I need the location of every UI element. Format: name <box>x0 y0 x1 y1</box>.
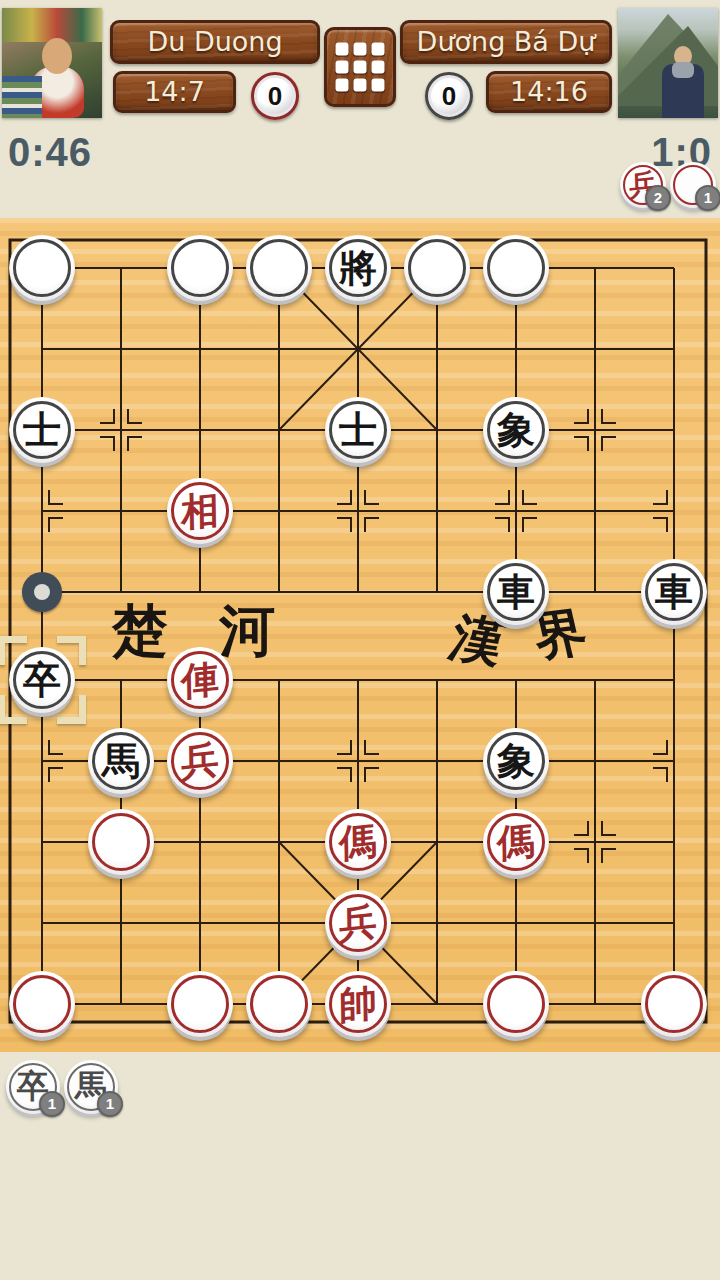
piece-glyph: 相 <box>167 474 234 547</box>
piece-glyph: 俥 <box>167 643 234 716</box>
avatar-photo-shape <box>672 62 694 78</box>
piece-glyph: 士 <box>9 397 75 463</box>
piece-red-r7-c6[interactable]: 傌 <box>483 809 549 875</box>
captured-count-badge: 1 <box>39 1091 65 1117</box>
piece-glyph: 兵 <box>325 886 392 959</box>
captured-piece-兵: 兵2 <box>620 162 666 208</box>
player-left-clock-value: 14:7 <box>144 76 205 107</box>
piece-red-r8-c4[interactable]: 兵 <box>325 890 391 956</box>
piece-glyph: 車 <box>483 559 549 625</box>
piece-glyph: 卒 <box>9 647 75 713</box>
piece-black-r2-c4[interactable]: 士 <box>325 397 391 463</box>
piece-red-r9-c2-blank[interactable] <box>167 971 233 1037</box>
piece-glyph: 車 <box>641 559 707 625</box>
piece-glyph: 將 <box>325 235 391 301</box>
piece-black-r2-c6[interactable]: 象 <box>483 397 549 463</box>
piece-black-r0-c4[interactable]: 將 <box>325 235 391 301</box>
piece-glyph: 帥 <box>325 967 392 1040</box>
piece-glyph: 傌 <box>325 805 392 878</box>
piece-red-r6-c2[interactable]: 兵 <box>167 728 233 794</box>
piece-red-r9-c0-blank[interactable] <box>9 971 75 1037</box>
piece-red-r9-c4[interactable]: 帥 <box>325 971 391 1037</box>
piece-black-r0-c3-blank[interactable] <box>246 235 312 301</box>
player-left-clock: 14:7 <box>113 71 236 113</box>
captured-count-badge: 1 <box>97 1091 123 1117</box>
piece-black-r5-c0[interactable]: 卒 <box>9 647 75 713</box>
xiangqi-board[interactable]: 楚 河 漢 界 將士士象相車車卒俥馬兵象傌傌兵帥 <box>0 218 720 1052</box>
piece-black-r6-c1[interactable]: 馬 <box>88 728 154 794</box>
player-right-badge: 0 <box>425 72 473 120</box>
captured-tray-black: 卒1馬1 <box>6 1060 118 1114</box>
piece-red-r7-c1-blank[interactable] <box>88 809 154 875</box>
player-left-badge: 0 <box>251 72 299 120</box>
player-right-name-plate: Dương Bá Dự <box>400 20 612 64</box>
captured-count-badge: 1 <box>695 185 720 211</box>
avatar-decoration <box>2 8 102 42</box>
avatar-photo-shape <box>42 38 72 74</box>
piece-red-r9-c3-blank[interactable] <box>246 971 312 1037</box>
grid-menu-icon <box>336 43 385 92</box>
piece-black-r0-c0-blank[interactable] <box>9 235 75 301</box>
player-right-clock: 14:16 <box>486 71 612 113</box>
captured-tray-red: 兵21 <box>620 162 716 208</box>
piece-black-r0-c2-blank[interactable] <box>167 235 233 301</box>
captured-piece-馬: 馬1 <box>64 1060 118 1114</box>
piece-red-r9-c8-blank[interactable] <box>641 971 707 1037</box>
player-right-name: Dương Bá Dự <box>417 26 596 57</box>
piece-glyph: 兵 <box>167 724 234 797</box>
piece-black-r2-c0[interactable]: 士 <box>9 397 75 463</box>
last-move-origin-marker <box>22 572 62 612</box>
menu-button[interactable] <box>324 27 396 107</box>
piece-red-r3-c2[interactable]: 相 <box>167 478 233 544</box>
piece-black-r6-c6[interactable]: 象 <box>483 728 549 794</box>
piece-glyph: 傌 <box>483 805 550 878</box>
piece-black-r4-c8[interactable]: 車 <box>641 559 707 625</box>
captured-piece-卒: 卒1 <box>6 1060 60 1114</box>
xiangqi-app-screen: Du Duong 14:7 0 Dương Bá Dự 0 14:16 0:46… <box>0 0 720 1280</box>
piece-red-r5-c2[interactable]: 俥 <box>167 647 233 713</box>
player-left-name-plate: Du Duong <box>110 20 320 64</box>
piece-glyph: 象 <box>483 728 549 794</box>
piece-glyph: 馬 <box>88 728 154 794</box>
player-left-avatar[interactable] <box>2 8 102 118</box>
left-score: 0:46 <box>8 130 92 175</box>
piece-black-r0-c5-blank[interactable] <box>404 235 470 301</box>
river-text-chu: 楚 <box>112 602 168 658</box>
avatar-photo-shape <box>2 76 42 118</box>
piece-red-r7-c4[interactable]: 傌 <box>325 809 391 875</box>
player-left-name: Du Duong <box>147 26 282 57</box>
piece-black-r0-c6-blank[interactable] <box>483 235 549 301</box>
piece-black-r4-c6[interactable]: 車 <box>483 559 549 625</box>
piece-glyph: 象 <box>483 397 549 463</box>
piece-red-r9-c6-blank[interactable] <box>483 971 549 1037</box>
piece-glyph: 士 <box>325 397 391 463</box>
captured-count-badge: 2 <box>645 185 671 211</box>
captured-piece-blank: 1 <box>670 162 716 208</box>
player-right-avatar[interactable] <box>618 8 718 118</box>
player-right-clock-value: 14:16 <box>510 76 588 107</box>
